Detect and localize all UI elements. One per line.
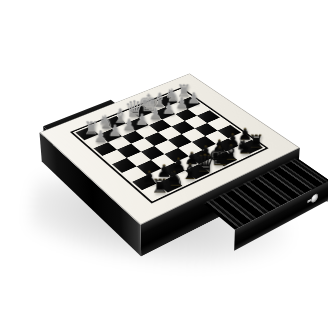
drawer-knob[interactable]	[311, 193, 318, 204]
chess-case: ♜♞♝♛♚♝♞♜♟♟♟♟♟♟♟♟♟♟♟♟♟♟♟♟♜♞♝♛♚♝♞♜	[39, 73, 299, 224]
chess-set-product-photo: ♜♞♝♛♚♝♞♜♟♟♟♟♟♟♟♟♟♟♟♟♟♟♟♟♜♞♝♛♚♝♞♜	[0, 0, 328, 328]
chess-piece-black-rook[interactable]: ♜	[151, 176, 169, 196]
scene: ♜♞♝♛♚♝♞♜♟♟♟♟♟♟♟♟♟♟♟♟♟♟♟♟♜♞♝♛♚♝♞♜	[0, 0, 328, 328]
chess-piece-white-pawn[interactable]: ♟	[92, 129, 109, 145]
